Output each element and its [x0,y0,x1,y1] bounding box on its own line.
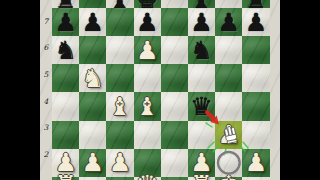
square-a3[interactable] [52,121,79,149]
piece-white-bishop-c4[interactable]: ♝ [109,94,131,119]
piece-white-pawn-b2[interactable]: ♟ [82,150,104,175]
square-e6[interactable] [161,36,188,64]
square-f6[interactable]: ♞ [188,36,215,64]
square-b7[interactable]: ♟ [79,8,106,36]
square-h1[interactable] [242,177,269,180]
piece-black-knight-a6[interactable]: ♞ [54,38,76,63]
square-f5[interactable] [188,64,215,92]
square-d6[interactable]: ♟ [134,36,161,64]
piece-black-pawn-f7[interactable]: ♟ [190,10,212,35]
rank-label-5: 5 [40,71,52,79]
square-h2[interactable]: ♟ [242,149,269,177]
square-e4[interactable] [161,92,188,120]
rank-label-7: 7 [40,18,52,26]
piece-white-pawn-h2[interactable]: ♟ [245,150,267,175]
square-f1[interactable]: ♜ [188,177,215,180]
piece-black-queen-f4[interactable]: ♛ [190,94,212,119]
square-g4[interactable] [215,92,242,120]
piece-black-bishop-c8[interactable]: ♝ [109,0,131,12]
piece-white-pawn-c2[interactable]: ♟ [109,150,131,175]
piece-white-bishop-d4[interactable]: ♝ [136,94,158,119]
rank-label-4: 4 [40,98,52,106]
piece-white-queen-d1[interactable]: ♛ [136,172,158,180]
square-f8[interactable]: ♝ [188,0,215,8]
piece-white-rook-a1[interactable]: ♜ [54,172,76,180]
square-b4[interactable] [79,92,106,120]
chess-board[interactable]: ♜♝♚♝♜♟♟♟♟♟♟♞♟♞♞♝♝♛♟♟♟♟♟♟♜♛♜♚ [52,0,270,180]
square-h6[interactable] [242,36,269,64]
square-b1[interactable] [79,177,106,180]
square-g7[interactable]: ♟ [215,8,242,36]
square-g1[interactable]: ♚ [215,177,242,180]
square-e3[interactable] [161,121,188,149]
square-c2[interactable]: ♟ [106,149,133,177]
square-c8[interactable]: ♝ [106,0,133,8]
square-g8[interactable] [215,0,242,8]
square-a1[interactable]: ♜ [52,177,79,180]
square-f3[interactable] [188,121,215,149]
square-e5[interactable] [161,64,188,92]
piece-white-king-g1[interactable]: ♚ [218,172,240,180]
square-f4[interactable]: ♛ [188,92,215,120]
piece-white-pawn-d6[interactable]: ♟ [136,38,158,63]
square-e7[interactable] [161,8,188,36]
square-a4[interactable] [52,92,79,120]
square-b3[interactable] [79,121,106,149]
square-h4[interactable] [242,92,269,120]
rank-label-3: 3 [40,124,52,132]
square-a6[interactable]: ♞ [52,36,79,64]
square-e1[interactable] [161,177,188,180]
square-h3[interactable] [242,121,269,149]
square-d8[interactable]: ♚ [134,0,161,8]
square-c1[interactable] [106,177,133,180]
square-f7[interactable]: ♟ [188,8,215,36]
square-b6[interactable] [79,36,106,64]
square-c4[interactable]: ♝ [106,92,133,120]
square-g5[interactable] [215,64,242,92]
square-d7[interactable]: ♟ [134,8,161,36]
piece-black-pawn-b7[interactable]: ♟ [82,10,104,35]
square-a5[interactable] [52,64,79,92]
square-h8[interactable]: ♜ [242,0,269,8]
square-c6[interactable] [106,36,133,64]
piece-black-pawn-g7[interactable]: ♟ [218,10,240,35]
square-g6[interactable] [215,36,242,64]
piece-black-pawn-d7[interactable]: ♟ [136,10,158,35]
square-b5[interactable]: ♞ [79,64,106,92]
piece-black-knight-f6[interactable]: ♞ [190,38,212,63]
square-g3[interactable]: ♟ [215,121,242,149]
square-d3[interactable] [134,121,161,149]
square-e2[interactable] [161,149,188,177]
square-c5[interactable] [106,64,133,92]
square-h5[interactable] [242,64,269,92]
square-e8[interactable] [161,0,188,8]
piece-white-pawn-g3[interactable]: ♟ [218,122,240,147]
rank-label-2: 2 [40,151,52,159]
square-a7[interactable]: ♟ [52,8,79,36]
square-h7[interactable]: ♟ [242,8,269,36]
rank-label-6: 6 [40,44,52,52]
square-a8[interactable]: ♜ [52,0,79,8]
piece-white-knight-b5[interactable]: ♞ [82,66,104,91]
piece-white-rook-f1[interactable]: ♜ [190,172,212,180]
piece-black-pawn-h7[interactable]: ♟ [245,10,267,35]
piece-black-pawn-a7[interactable]: ♟ [54,10,76,35]
square-d5[interactable] [134,64,161,92]
square-d1[interactable]: ♛ [134,177,161,180]
square-b8[interactable] [79,0,106,8]
square-c3[interactable] [106,121,133,149]
square-d4[interactable]: ♝ [134,92,161,120]
square-b2[interactable]: ♟ [79,149,106,177]
